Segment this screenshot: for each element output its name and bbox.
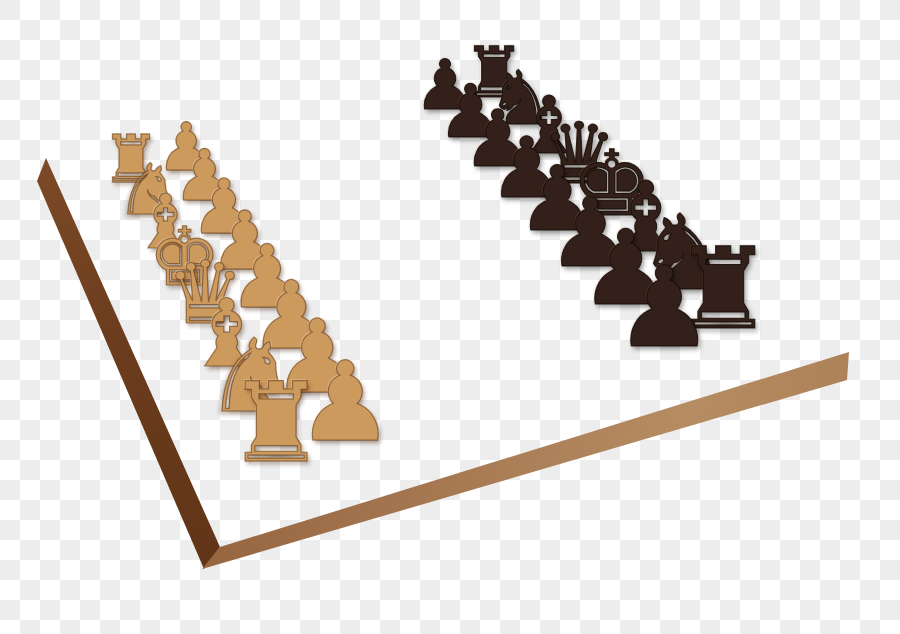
piece-white-rook-a1[interactable]: ♜ bbox=[227, 368, 326, 478]
square-c5[interactable] bbox=[431, 265, 521, 320]
square-c4[interactable] bbox=[371, 281, 461, 337]
square-d4[interactable] bbox=[345, 244, 431, 297]
square-e4[interactable] bbox=[321, 210, 403, 259]
chess-photo-scene: ♜♟♞♟♝♟♟♛♜♟♟♞♚♟♟♝♝♟♟♚♞♟♟♛♜♟♟♝♟♞♟♜ bbox=[0, 0, 900, 634]
square-g5[interactable] bbox=[330, 136, 406, 178]
square-d5[interactable] bbox=[403, 229, 489, 280]
square-a4[interactable] bbox=[429, 362, 527, 427]
square-b4[interactable] bbox=[399, 320, 493, 381]
square-f4[interactable] bbox=[298, 178, 377, 224]
square-h5[interactable] bbox=[308, 109, 381, 149]
square-e5[interactable] bbox=[377, 196, 459, 244]
piece-black-pawn-a7[interactable]: ♟ bbox=[614, 252, 714, 364]
square-a5[interactable] bbox=[493, 344, 592, 408]
square-g4[interactable] bbox=[277, 149, 353, 192]
square-h4[interactable] bbox=[257, 121, 330, 162]
pieces-layer: ♜♟♞♟♝♟♟♛♜♟♟♞♚♟♟♝♝♟♟♚♞♟♟♛♜♟♟♝♟♞♟♜ bbox=[0, 0, 900, 634]
square-b5[interactable] bbox=[461, 303, 555, 362]
square-f5[interactable] bbox=[353, 165, 432, 210]
